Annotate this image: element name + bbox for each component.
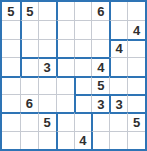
cell-r1c8[interactable]: [127, 2, 145, 20]
cell-r3c3[interactable]: [38, 39, 56, 57]
cell-r5c1[interactable]: [2, 76, 20, 94]
clue-digit: 3: [116, 98, 123, 111]
cell-r7c3[interactable]: 5: [38, 112, 56, 130]
cell-r6c3[interactable]: [38, 94, 56, 112]
cell-r1c7[interactable]: [109, 2, 127, 20]
cell-r8c5[interactable]: 4: [74, 131, 92, 149]
cell-r1c2[interactable]: 5: [20, 2, 38, 20]
cell-r4c4[interactable]: [56, 57, 74, 75]
cell-r7c6[interactable]: [91, 112, 109, 130]
cell-r2c4[interactable]: [56, 20, 74, 38]
cell-r8c3[interactable]: [38, 131, 56, 149]
cell-r6c5[interactable]: [74, 94, 92, 112]
cell-r7c7[interactable]: [109, 112, 127, 130]
cell-r6c8[interactable]: [127, 94, 145, 112]
cell-r3c5[interactable]: [74, 39, 92, 57]
cell-r2c3[interactable]: [38, 20, 56, 38]
cell-r5c2[interactable]: [20, 76, 38, 94]
clue-digit: 5: [7, 5, 14, 18]
cell-r6c1[interactable]: [2, 94, 20, 112]
cell-r5c8[interactable]: [127, 76, 145, 94]
clue-digit: 5: [44, 116, 51, 129]
clue-digit: 5: [26, 5, 33, 18]
cell-r5c4[interactable]: [56, 76, 74, 94]
cell-r1c1[interactable]: 5: [2, 2, 20, 20]
cell-r8c8[interactable]: [127, 131, 145, 149]
cell-r8c1[interactable]: [2, 131, 20, 149]
clue-digit: 3: [44, 61, 51, 74]
cell-r2c5[interactable]: [74, 20, 92, 38]
cell-r4c6[interactable]: 4: [91, 57, 109, 75]
cell-r2c2[interactable]: [20, 20, 38, 38]
puzzle-board: 55644345633554: [0, 0, 147, 151]
cell-r2c1[interactable]: [2, 20, 20, 38]
cell-r5c6[interactable]: 5: [91, 76, 109, 94]
cell-r7c2[interactable]: [20, 112, 38, 130]
cell-r7c8[interactable]: 5: [127, 112, 145, 130]
clue-digit: 6: [97, 5, 104, 18]
cell-r1c4[interactable]: [56, 2, 74, 20]
cell-r7c4[interactable]: [56, 112, 74, 130]
clue-digit: 4: [79, 134, 86, 147]
cell-r8c2[interactable]: [20, 131, 38, 149]
cell-r4c5[interactable]: [74, 57, 92, 75]
cell-r7c5[interactable]: [74, 112, 92, 130]
cell-r6c7[interactable]: 3: [109, 94, 127, 112]
clue-digit: 5: [97, 79, 104, 92]
cell-r1c3[interactable]: [38, 2, 56, 20]
cell-r8c4[interactable]: [56, 131, 74, 149]
cell-r8c6[interactable]: [91, 131, 109, 149]
cell-r5c3[interactable]: [38, 76, 56, 94]
cell-r3c6[interactable]: [91, 39, 109, 57]
cell-r5c7[interactable]: [109, 76, 127, 94]
cell-r6c6[interactable]: 3: [91, 94, 109, 112]
clue-digit: 4: [133, 24, 140, 37]
cell-r6c2[interactable]: 6: [20, 94, 38, 112]
cell-r2c6[interactable]: [91, 20, 109, 38]
clue-digit: 5: [133, 116, 140, 129]
cell-r2c8[interactable]: 4: [127, 20, 145, 38]
cell-r4c7[interactable]: [109, 57, 127, 75]
clue-digit: 3: [97, 98, 104, 111]
cell-r7c1[interactable]: [2, 112, 20, 130]
cell-r5c5[interactable]: [74, 76, 92, 94]
clue-digit: 4: [97, 61, 104, 74]
cell-r8c7[interactable]: [109, 131, 127, 149]
clue-digit: 4: [116, 42, 123, 55]
cell-r2c7[interactable]: [109, 20, 127, 38]
cell-r3c2[interactable]: [20, 39, 38, 57]
cell-r1c6[interactable]: 6: [91, 2, 109, 20]
cell-r4c2[interactable]: [20, 57, 38, 75]
cell-r3c4[interactable]: [56, 39, 74, 57]
cell-r3c8[interactable]: [127, 39, 145, 57]
cell-r4c8[interactable]: [127, 57, 145, 75]
cell-r1c5[interactable]: [74, 2, 92, 20]
cell-r4c1[interactable]: [2, 57, 20, 75]
clue-digit: 6: [26, 97, 33, 110]
cell-r6c4[interactable]: [56, 94, 74, 112]
cell-r3c1[interactable]: [2, 39, 20, 57]
cell-r3c7[interactable]: 4: [109, 39, 127, 57]
cell-r4c3[interactable]: 3: [38, 57, 56, 75]
